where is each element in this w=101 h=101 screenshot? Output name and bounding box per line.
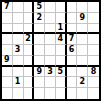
cell-r6c1-given[interactable]: 9 — [2, 56, 13, 67]
cell-r9c2-empty[interactable] — [13, 88, 24, 99]
cell-r7c7-empty[interactable] — [67, 67, 78, 78]
cell-r2c8-given[interactable]: 9 — [77, 13, 88, 24]
cell-r9c4-empty[interactable] — [34, 88, 45, 99]
cell-r6c4-empty[interactable] — [34, 56, 45, 67]
cell-r2c4-given[interactable]: 2 — [34, 13, 45, 24]
cell-r9c9-given[interactable] — [88, 88, 99, 99]
cell-r1c7-empty[interactable] — [67, 2, 78, 13]
cell-r3c3-empty[interactable] — [24, 24, 35, 35]
cell-r4c2-empty[interactable] — [13, 34, 24, 45]
cell-r5c4-empty[interactable] — [34, 45, 45, 56]
cell-r1c5-empty[interactable] — [45, 2, 56, 13]
cell-r8c8-given[interactable]: 2 — [77, 77, 88, 88]
cell-r4c6-given[interactable]: 4 — [56, 34, 67, 45]
cell-r5c1-empty[interactable] — [2, 45, 13, 56]
cell-r7c6-given[interactable]: 5 — [56, 67, 67, 78]
cell-r1c2-empty[interactable] — [13, 2, 24, 13]
cell-r8c4-empty[interactable] — [34, 77, 45, 88]
cell-r3c9-empty[interactable] — [88, 24, 99, 35]
cell-r5c3-empty[interactable] — [24, 45, 35, 56]
cell-r8c5-empty[interactable] — [45, 77, 56, 88]
cell-r6c3-empty[interactable] — [24, 56, 35, 67]
cell-r3c8-empty[interactable] — [77, 24, 88, 35]
cell-r5c2-given[interactable]: 3 — [13, 45, 24, 56]
cell-r4c5-empty[interactable] — [45, 34, 56, 45]
cell-r1c4-given[interactable]: 5 — [34, 2, 45, 13]
cell-r5c9-empty[interactable] — [88, 45, 99, 56]
cell-r4c8-empty[interactable] — [77, 34, 88, 45]
cell-r2c5-empty[interactable] — [45, 13, 56, 24]
cell-r5c7-given[interactable]: 6 — [67, 45, 78, 56]
cell-r4c3-given[interactable]: 2 — [24, 34, 35, 45]
cell-r9c3-empty[interactable] — [24, 88, 35, 99]
cell-r1c3-empty[interactable] — [24, 2, 35, 13]
cell-r5c8-empty[interactable] — [77, 45, 88, 56]
cell-r2c1-empty[interactable] — [2, 13, 13, 24]
cell-r8c2-given[interactable]: 1 — [13, 77, 24, 88]
cell-r1c9-empty[interactable] — [88, 2, 99, 13]
cell-r3c5-empty[interactable] — [45, 24, 56, 35]
cell-r9c5-empty[interactable] — [45, 88, 56, 99]
cell-r4c4-empty[interactable] — [34, 34, 45, 45]
cell-r7c9-given[interactable]: 8 — [88, 67, 99, 78]
cell-r5c5-empty[interactable] — [45, 45, 56, 56]
cell-r2c6-empty[interactable] — [56, 13, 67, 24]
sudoku-board: 75291247369935812 — [0, 0, 101, 101]
cell-r6c7-empty[interactable] — [67, 56, 78, 67]
cell-r8c7-empty[interactable] — [67, 77, 78, 88]
cell-r7c5-given[interactable]: 3 — [45, 67, 56, 78]
cell-r7c1-empty[interactable] — [2, 67, 13, 78]
cell-r8c3-empty[interactable] — [24, 77, 35, 88]
cell-r6c5-empty[interactable] — [45, 56, 56, 67]
cell-r3c6-given[interactable]: 1 — [56, 24, 67, 35]
cell-r1c6-empty[interactable] — [56, 2, 67, 13]
cell-r8c9-empty[interactable] — [88, 77, 99, 88]
cell-r9c1-empty[interactable] — [2, 88, 13, 99]
cell-r8c6-empty[interactable] — [56, 77, 67, 88]
cell-r7c2-empty[interactable] — [13, 67, 24, 78]
cell-r3c4-empty[interactable] — [34, 24, 45, 35]
cell-r3c2-empty[interactable] — [13, 24, 24, 35]
cell-r6c9-empty[interactable] — [88, 56, 99, 67]
cell-r2c7-empty[interactable] — [67, 13, 78, 24]
cell-r9c6-empty[interactable] — [56, 88, 67, 99]
cell-r1c1-given[interactable]: 7 — [2, 2, 13, 13]
cell-r2c2-empty[interactable] — [13, 13, 24, 24]
cell-r4c7-given[interactable]: 7 — [67, 34, 78, 45]
cell-r4c1-empty[interactable] — [2, 34, 13, 45]
cell-r1c8-empty[interactable] — [77, 2, 88, 13]
cell-r4c9-empty[interactable] — [88, 34, 99, 45]
cell-r3c1-empty[interactable] — [2, 24, 13, 35]
cell-r2c3-empty[interactable] — [24, 13, 35, 24]
cell-r9c7-empty[interactable] — [67, 88, 78, 99]
cell-r7c4-given[interactable]: 9 — [34, 67, 45, 78]
cell-r6c8-empty[interactable] — [77, 56, 88, 67]
cell-r3c7-empty[interactable] — [67, 24, 78, 35]
cell-r7c8-empty[interactable] — [77, 67, 88, 78]
cell-r9c8-given[interactable] — [77, 88, 88, 99]
cell-r8c1-empty[interactable] — [2, 77, 13, 88]
cell-r5c6-empty[interactable] — [56, 45, 67, 56]
cell-r6c2-empty[interactable] — [13, 56, 24, 67]
cell-r6c6-empty[interactable] — [56, 56, 67, 67]
cell-r2c9-empty[interactable] — [88, 13, 99, 24]
cell-r7c3-empty[interactable] — [24, 67, 35, 78]
